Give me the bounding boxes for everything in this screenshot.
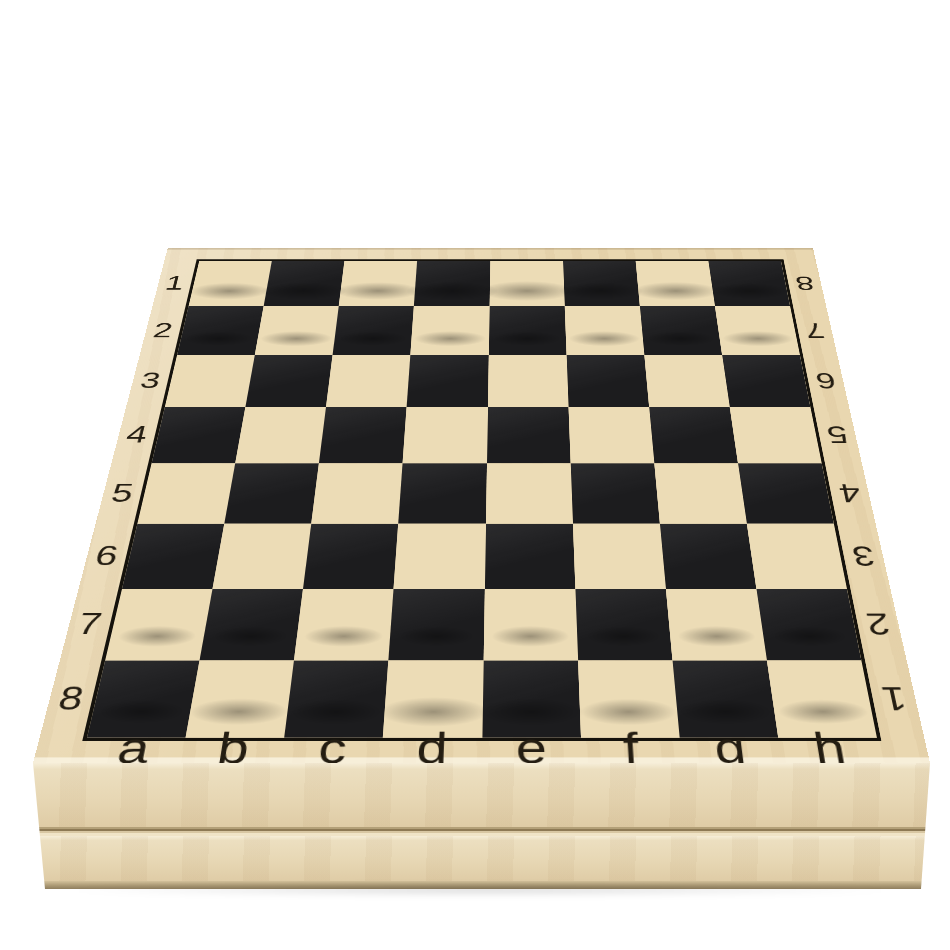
rank-label-left-2: 2 xyxy=(151,320,175,340)
white-knight-glyph: ♞ xyxy=(674,489,777,717)
black-pawn-glyph: ♟ xyxy=(413,209,488,344)
black-pawn-glyph: ♟ xyxy=(182,209,257,344)
box-lid-seam xyxy=(0,827,950,836)
white-rook-glyph: ♜ xyxy=(95,528,189,717)
white-rook-glyph: ♜ xyxy=(776,528,870,717)
rank-label-left-4: 4 xyxy=(124,423,150,447)
rank-label-right-8: 1 xyxy=(879,682,910,715)
box-base-edge xyxy=(0,836,950,881)
rank-label-right-1: 8 xyxy=(794,274,816,293)
white-king-glyph: ♚ xyxy=(377,383,490,719)
white-bishop-glyph: ♝ xyxy=(578,472,679,718)
rank-label-right-4: 5 xyxy=(825,423,850,447)
rank-label-left-8: 8 xyxy=(55,682,87,715)
chess-set-photo: 1827364554637281abcdefgh♜♞♝♛♚♝♞♜♟♟♟♟♟♟♟♟… xyxy=(0,0,950,950)
wooden-box-side xyxy=(0,763,950,891)
black-pawn-glyph: ♟ xyxy=(336,209,411,344)
black-pawn-glyph: ♟ xyxy=(720,209,795,344)
black-pawn-glyph: ♟ xyxy=(644,209,719,344)
rank-label-left-3: 3 xyxy=(138,370,163,392)
black-pawn-glyph: ♟ xyxy=(490,209,565,344)
rank-label-right-3: 6 xyxy=(814,370,838,392)
white-knight-glyph: ♞ xyxy=(188,489,291,717)
box-shadow xyxy=(60,884,900,896)
black-pawn-glyph: ♟ xyxy=(259,209,334,344)
black-pawn-glyph: ♟ xyxy=(567,209,642,344)
white-queen-glyph: ♛ xyxy=(476,428,586,718)
white-bishop-glyph: ♝ xyxy=(286,472,387,718)
chess-board: 1827364554637281abcdefgh♜♞♝♛♚♝♞♜♟♟♟♟♟♟♟♟… xyxy=(33,248,930,763)
box-lid-edge xyxy=(0,763,950,827)
rank-label-right-2: 7 xyxy=(803,320,826,340)
